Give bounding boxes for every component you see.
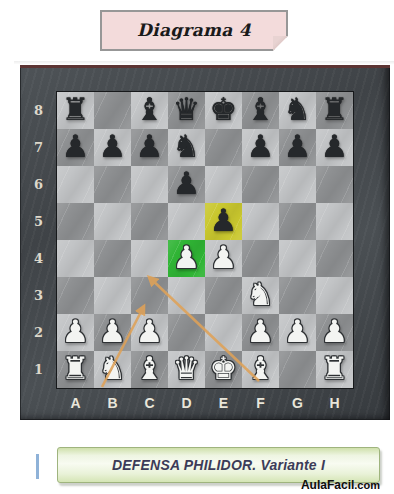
- square-e8[interactable]: ♚: [205, 92, 242, 129]
- square-d1[interactable]: ♛: [168, 351, 205, 388]
- text-cursor-line: [36, 454, 39, 479]
- diagram-title: Diagrama 4: [137, 20, 251, 42]
- piece-black-pawn[interactable]: ♟: [173, 168, 201, 199]
- chess-board-frame: 87654321 ABCDEFGH ♜♝♛♚♝♞♜♟♟♟♞♟♟♟♟♟♟♟♞♟♟♟…: [20, 65, 390, 420]
- square-h7[interactable]: ♟: [316, 129, 353, 166]
- square-f4[interactable]: [242, 240, 279, 277]
- square-a3[interactable]: [57, 277, 94, 314]
- frame-top-stripe: [20, 65, 390, 68]
- square-d7[interactable]: ♞: [168, 129, 205, 166]
- site-watermark: AulaFacil.com: [301, 478, 380, 492]
- square-c2[interactable]: ♟: [131, 314, 168, 351]
- square-b5[interactable]: [94, 203, 131, 240]
- square-d8[interactable]: ♛: [168, 92, 205, 129]
- square-c6[interactable]: [131, 166, 168, 203]
- piece-black-pawn[interactable]: ♟: [62, 131, 90, 162]
- piece-white-pawn[interactable]: ♟: [247, 316, 275, 347]
- square-g3[interactable]: [279, 277, 316, 314]
- square-a1[interactable]: ♜: [57, 351, 94, 388]
- piece-white-rook[interactable]: ♜: [321, 353, 349, 384]
- square-e5[interactable]: ♟: [205, 203, 242, 240]
- file-label-a: A: [57, 388, 94, 418]
- square-a6[interactable]: [57, 166, 94, 203]
- file-label-e: E: [205, 388, 242, 418]
- square-h8[interactable]: ♜: [316, 92, 353, 129]
- square-f1[interactable]: ♝: [242, 351, 279, 388]
- diagram-title-banner: Diagrama 4: [100, 10, 288, 51]
- piece-black-queen[interactable]: ♛: [173, 94, 201, 125]
- file-labels: ABCDEFGH: [57, 388, 353, 418]
- square-h1[interactable]: ♜: [316, 351, 353, 388]
- watermark-suffix: .com: [354, 479, 380, 491]
- square-h3[interactable]: [316, 277, 353, 314]
- square-f6[interactable]: [242, 166, 279, 203]
- square-a5[interactable]: [57, 203, 94, 240]
- piece-black-pawn[interactable]: ♟: [284, 131, 312, 162]
- square-e2[interactable]: [205, 314, 242, 351]
- square-g5[interactable]: [279, 203, 316, 240]
- square-h4[interactable]: [316, 240, 353, 277]
- square-b1[interactable]: ♞: [94, 351, 131, 388]
- square-b3[interactable]: [94, 277, 131, 314]
- square-b4[interactable]: [94, 240, 131, 277]
- piece-white-pawn[interactable]: ♟: [62, 316, 90, 347]
- piece-white-rook[interactable]: ♜: [62, 353, 90, 384]
- rank-label-1: 1: [20, 351, 57, 388]
- piece-white-knight[interactable]: ♞: [247, 279, 275, 310]
- square-f8[interactable]: ♝: [242, 92, 279, 129]
- file-label-f: F: [242, 388, 279, 418]
- rank-label-7: 7: [20, 129, 57, 166]
- square-c1[interactable]: ♝: [131, 351, 168, 388]
- square-g7[interactable]: ♟: [279, 129, 316, 166]
- square-c7[interactable]: ♟: [131, 129, 168, 166]
- rank-label-2: 2: [20, 314, 57, 351]
- rank-label-5: 5: [20, 203, 57, 240]
- piece-black-bishop[interactable]: ♝: [136, 94, 164, 125]
- square-g4[interactable]: [279, 240, 316, 277]
- square-e1[interactable]: ♚: [205, 351, 242, 388]
- rank-label-6: 6: [20, 166, 57, 203]
- piece-white-pawn[interactable]: ♟: [284, 316, 312, 347]
- square-h6[interactable]: [316, 166, 353, 203]
- square-f7[interactable]: ♟: [242, 129, 279, 166]
- piece-black-king[interactable]: ♚: [210, 94, 238, 125]
- square-g2[interactable]: ♟: [279, 314, 316, 351]
- piece-black-bishop[interactable]: ♝: [247, 94, 275, 125]
- piece-white-pawn[interactable]: ♟: [99, 316, 127, 347]
- square-h2[interactable]: ♟: [316, 314, 353, 351]
- piece-black-rook[interactable]: ♜: [62, 94, 90, 125]
- square-h5[interactable]: [316, 203, 353, 240]
- square-b7[interactable]: ♟: [94, 129, 131, 166]
- square-e7[interactable]: [205, 129, 242, 166]
- piece-white-pawn[interactable]: ♟: [136, 316, 164, 347]
- square-d6[interactable]: ♟: [168, 166, 205, 203]
- piece-black-knight[interactable]: ♞: [284, 94, 312, 125]
- square-c3[interactable]: [131, 277, 168, 314]
- square-b2[interactable]: ♟: [94, 314, 131, 351]
- piece-white-queen[interactable]: ♛: [173, 353, 201, 384]
- square-a7[interactable]: ♟: [57, 129, 94, 166]
- chess-board[interactable]: ♜♝♛♚♝♞♜♟♟♟♞♟♟♟♟♟♟♟♞♟♟♟♟♟♟♜♞♝♛♚♝♜: [57, 92, 353, 388]
- piece-black-pawn[interactable]: ♟: [99, 131, 127, 162]
- piece-white-bishop[interactable]: ♝: [247, 353, 275, 384]
- square-g6[interactable]: [279, 166, 316, 203]
- piece-white-pawn[interactable]: ♟: [173, 242, 201, 273]
- square-d3[interactable]: [168, 277, 205, 314]
- square-d4[interactable]: ♟: [168, 240, 205, 277]
- square-e6[interactable]: [205, 166, 242, 203]
- square-e3[interactable]: [205, 277, 242, 314]
- square-e4[interactable]: ♟: [205, 240, 242, 277]
- watermark-name: AulaFacil: [301, 478, 354, 492]
- rank-label-8: 8: [20, 92, 57, 129]
- file-label-d: D: [168, 388, 205, 418]
- piece-black-knight[interactable]: ♞: [173, 131, 201, 162]
- square-f5[interactable]: [242, 203, 279, 240]
- square-a8[interactable]: ♜: [57, 92, 94, 129]
- page: Diagrama 4 87654321 ABCDEFGH ♜♝♛♚♝♞♜♟♟♟♞…: [0, 0, 394, 494]
- square-c5[interactable]: [131, 203, 168, 240]
- piece-white-pawn[interactable]: ♟: [210, 242, 238, 273]
- square-b8[interactable]: [94, 92, 131, 129]
- piece-black-pawn[interactable]: ♟: [247, 131, 275, 162]
- file-label-h: H: [316, 388, 353, 418]
- piece-white-pawn[interactable]: ♟: [321, 316, 349, 347]
- square-g1[interactable]: [279, 351, 316, 388]
- square-f3[interactable]: ♞: [242, 277, 279, 314]
- piece-black-rook[interactable]: ♜: [321, 94, 349, 125]
- square-b6[interactable]: [94, 166, 131, 203]
- piece-white-knight[interactable]: ♞: [99, 353, 127, 384]
- square-a4[interactable]: [57, 240, 94, 277]
- square-d2[interactable]: [168, 314, 205, 351]
- file-label-g: G: [279, 388, 316, 418]
- divider-line: [14, 61, 394, 64]
- square-c4[interactable]: [131, 240, 168, 277]
- rank-label-4: 4: [20, 240, 57, 277]
- square-g8[interactable]: ♞: [279, 92, 316, 129]
- piece-white-king[interactable]: ♚: [210, 353, 238, 384]
- piece-black-pawn[interactable]: ♟: [136, 131, 164, 162]
- piece-white-bishop[interactable]: ♝: [136, 353, 164, 384]
- rank-labels: 87654321: [20, 92, 57, 388]
- square-a2[interactable]: ♟: [57, 314, 94, 351]
- piece-black-pawn[interactable]: ♟: [210, 205, 238, 236]
- file-label-c: C: [131, 388, 168, 418]
- caption-text: DEFENSA PHILIDOR. Variante I: [112, 457, 325, 473]
- file-label-b: B: [94, 388, 131, 418]
- square-f2[interactable]: ♟: [242, 314, 279, 351]
- square-c8[interactable]: ♝: [131, 92, 168, 129]
- piece-black-pawn[interactable]: ♟: [321, 131, 349, 162]
- square-d5[interactable]: [168, 203, 205, 240]
- rank-label-3: 3: [20, 277, 57, 314]
